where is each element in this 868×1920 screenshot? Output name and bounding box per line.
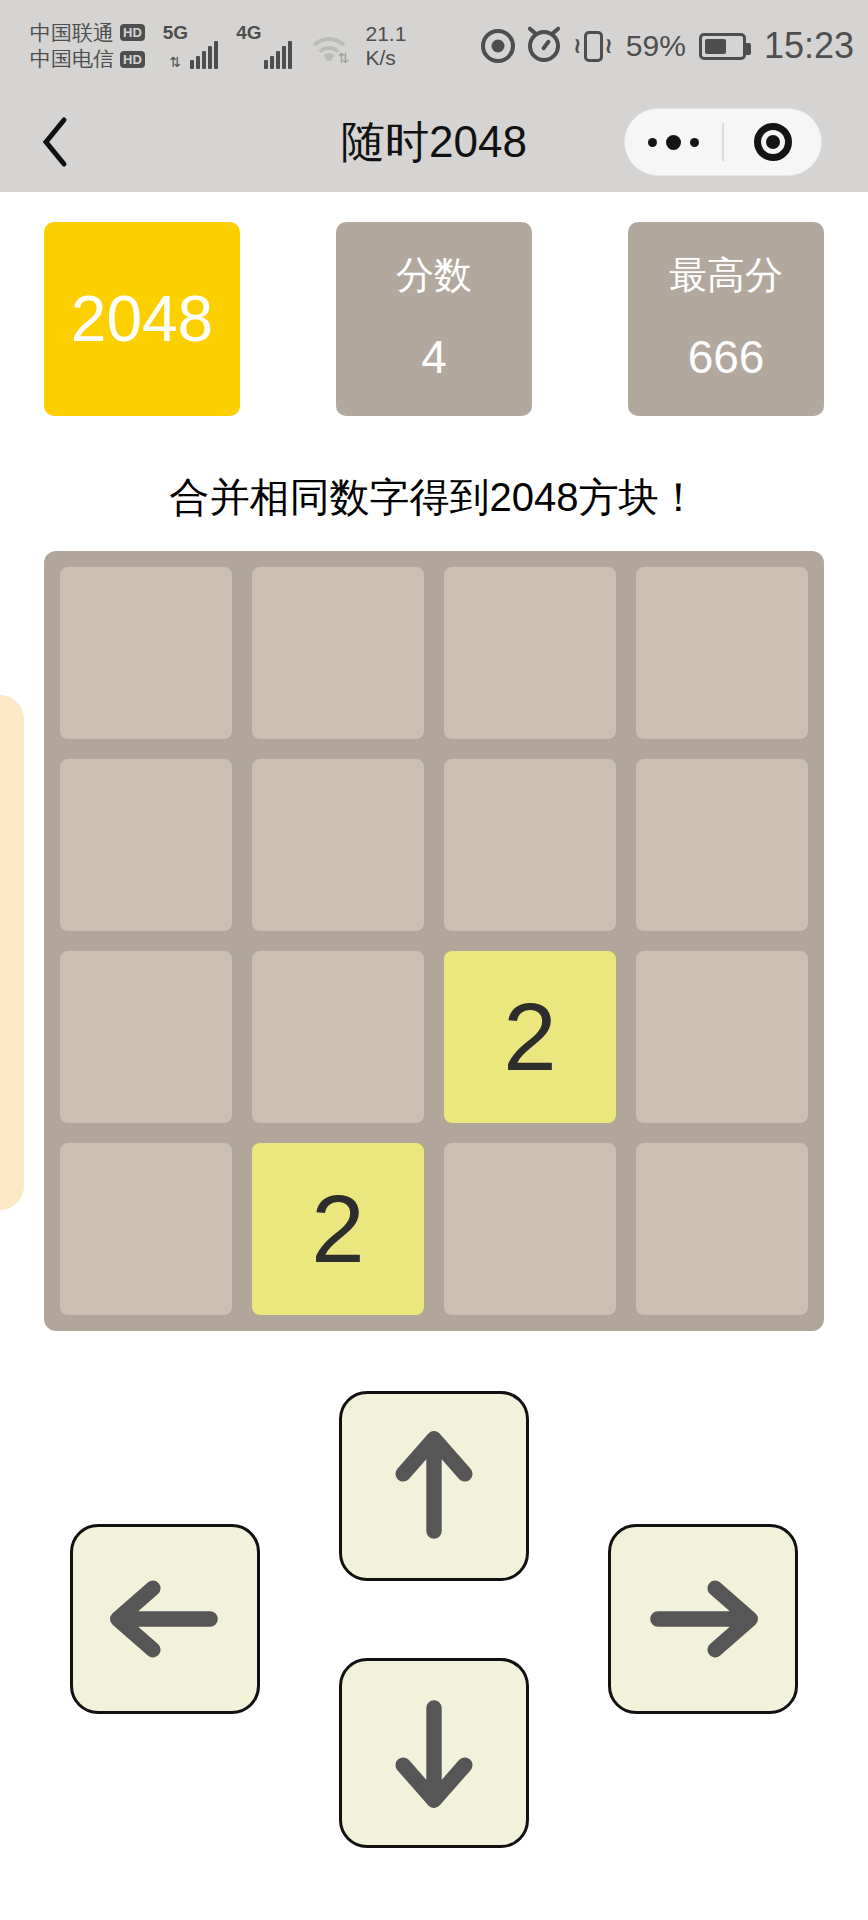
direction-controls [0, 1391, 868, 1851]
hd-badge: HD [120, 24, 145, 41]
carrier1-name: 中国联通 [30, 22, 114, 44]
battery-icon [699, 33, 746, 60]
board-cell [636, 567, 808, 739]
net-speed-value: 21.1 [366, 22, 407, 46]
board-cell [636, 951, 808, 1123]
more-options-button[interactable] [625, 109, 722, 175]
alarm-clock-icon [528, 30, 560, 62]
tile-2: 2 [252, 1143, 424, 1315]
more-dots-icon [666, 135, 681, 150]
circle-dot-icon [754, 123, 792, 161]
data-updown-icon: ⇅ [170, 55, 182, 69]
wifi-icon: ⇅ [306, 29, 352, 63]
status-time: 15:23 [764, 25, 854, 67]
instruction-text: 合并相同数字得到2048方块！ [0, 470, 868, 525]
board-cell [60, 951, 232, 1123]
network-speed: 21.1 K/s [366, 22, 407, 70]
status-bar: 中国联通 HD 中国电信 HD 5G ⇅ 4G ⇅ [0, 0, 868, 92]
more-dots-icon [690, 138, 699, 147]
board-cell [636, 1143, 808, 1315]
right-arrow-icon [638, 1564, 768, 1674]
left-arrow-icon [100, 1564, 230, 1674]
side-float-handle[interactable] [0, 695, 24, 1210]
scoreboard: 2048 分数 4 最高分 666 [44, 222, 824, 416]
up-button[interactable] [339, 1391, 529, 1581]
board: 22 [44, 551, 824, 1331]
board-cell [60, 1143, 232, 1315]
left-button[interactable] [70, 1524, 260, 1714]
signal-5g-label: 5G [163, 23, 188, 42]
board-cell [60, 567, 232, 739]
board-cell [444, 567, 616, 739]
close-miniapp-button[interactable] [724, 109, 821, 175]
board-cell [252, 759, 424, 931]
signal-bars-icon [190, 39, 218, 69]
carrier-labels: 中国联通 HD 中国电信 HD [30, 22, 145, 70]
signal-5g: 5G ⇅ [163, 23, 218, 69]
signal-4g-label: 4G [236, 23, 261, 42]
phone-screen: 中国联通 HD 中国电信 HD 5G ⇅ 4G ⇅ [0, 0, 868, 1920]
score-box: 分数 4 [336, 222, 532, 416]
board-cell [444, 1143, 616, 1315]
battery-percent: 59% [626, 29, 686, 63]
status-right-icons: ≀ ≀ 59% 15:23 [481, 25, 854, 67]
board-cell [60, 759, 232, 931]
tile-2: 2 [444, 951, 616, 1123]
net-speed-unit: K/s [366, 46, 396, 70]
more-dots-icon [648, 138, 657, 147]
vibrate-mode-icon: ≀ ≀ [573, 31, 613, 62]
wechat-capsule [624, 108, 822, 176]
board-cell [444, 759, 616, 931]
signal-bars-icon [264, 39, 292, 69]
best-score-box: 最高分 666 [628, 222, 824, 416]
eye-comfort-icon [481, 29, 515, 63]
best-score-label: 最高分 [669, 250, 783, 301]
best-score-value: 666 [688, 330, 765, 384]
carrier2-name: 中国电信 [30, 48, 114, 70]
board-cell [252, 951, 424, 1123]
score-value: 4 [421, 330, 447, 384]
wifi-updown-icon: ⇅ [338, 50, 350, 63]
nav-bar: 随时2048 [0, 92, 868, 192]
down-arrow-icon [379, 1688, 489, 1818]
board-cell [252, 567, 424, 739]
right-button[interactable] [608, 1524, 798, 1714]
hd-badge: HD [120, 51, 145, 68]
signal-4g: 4G [236, 23, 291, 69]
game-logo-tile: 2048 [44, 222, 240, 416]
score-label: 分数 [396, 250, 472, 301]
down-button[interactable] [339, 1658, 529, 1848]
up-arrow-icon [379, 1421, 489, 1551]
board-cell [636, 759, 808, 931]
